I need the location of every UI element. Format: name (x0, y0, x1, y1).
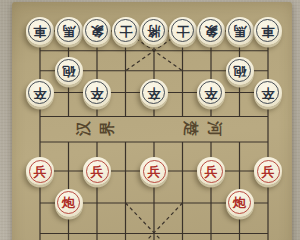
piece-glyph: 砲 (62, 65, 75, 78)
red-piece-face: 兵 (197, 157, 225, 185)
piece-glyph: 士 (119, 25, 132, 38)
board-intersections[interactable]: 車馬象士將士象馬車砲砲卒卒卒卒卒兵兵兵兵兵炮炮 (26, 21, 283, 240)
black-piece-face: 馬 (226, 17, 254, 45)
piece-glyph: 兵 (91, 164, 104, 177)
piece-glyph: 車 (34, 25, 47, 38)
black-piece-face: 將 (140, 17, 168, 45)
piece-glyph: 象 (205, 25, 218, 38)
red-piece-face: 兵 (83, 157, 111, 185)
piece-glyph: 砲 (233, 65, 246, 78)
piece-red-soldier-5[interactable]: 兵 (254, 157, 282, 185)
piece-glyph: 象 (91, 25, 104, 38)
piece-red-cannon-left[interactable]: 炮 (55, 189, 83, 217)
piece-glyph: 炮 (62, 196, 75, 209)
piece-black-soldier-5[interactable]: 卒 (254, 79, 282, 107)
piece-red-soldier-3[interactable]: 兵 (140, 157, 168, 185)
piece-black-soldier-4[interactable]: 卒 (197, 79, 225, 107)
black-piece-face: 士 (112, 17, 140, 45)
red-piece-face: 炮 (55, 189, 83, 217)
piece-black-elephant-right[interactable]: 象 (197, 17, 225, 45)
piece-glyph: 兵 (34, 164, 47, 177)
piece-black-elephant-left[interactable]: 象 (83, 17, 111, 45)
red-piece-face: 兵 (26, 157, 54, 185)
piece-black-soldier-1[interactable]: 卒 (26, 79, 54, 107)
piece-black-advisor-left[interactable]: 士 (112, 17, 140, 45)
piece-glyph: 卒 (91, 87, 104, 100)
piece-glyph: 兵 (205, 164, 218, 177)
red-piece-face: 兵 (140, 157, 168, 185)
piece-black-chariot-right[interactable]: 車 (254, 17, 282, 45)
black-piece-face: 卒 (254, 79, 282, 107)
black-piece-face: 象 (197, 17, 225, 45)
piece-black-advisor-right[interactable]: 士 (169, 17, 197, 45)
xiangqi-photo: 汉界 楚河 車馬象士將士象馬車砲砲卒卒卒卒卒兵兵兵兵兵炮炮 (0, 0, 300, 240)
piece-glyph: 卒 (262, 87, 275, 100)
piece-black-cannon-right[interactable]: 砲 (226, 57, 254, 85)
piece-black-general[interactable]: 將 (140, 17, 168, 45)
black-piece-face: 卒 (83, 79, 111, 107)
black-piece-face: 砲 (226, 57, 254, 85)
black-piece-face: 象 (83, 17, 111, 45)
black-piece-face: 卒 (26, 79, 54, 107)
black-piece-face: 車 (26, 17, 54, 45)
piece-black-chariot-left[interactable]: 車 (26, 17, 54, 45)
piece-black-horse-right[interactable]: 馬 (226, 17, 254, 45)
piece-black-horse-left[interactable]: 馬 (55, 17, 83, 45)
piece-glyph: 兵 (148, 164, 161, 177)
piece-glyph: 馬 (62, 25, 75, 38)
piece-black-soldier-3[interactable]: 卒 (140, 79, 168, 107)
black-piece-face: 士 (169, 17, 197, 45)
piece-glyph: 卒 (148, 87, 161, 100)
piece-glyph: 卒 (205, 87, 218, 100)
black-piece-face: 車 (254, 17, 282, 45)
piece-black-soldier-2[interactable]: 卒 (83, 79, 111, 107)
piece-glyph: 炮 (233, 196, 246, 209)
black-piece-face: 馬 (55, 17, 83, 45)
piece-glyph: 馬 (233, 25, 246, 38)
piece-black-cannon-left[interactable]: 砲 (55, 57, 83, 85)
piece-red-soldier-1[interactable]: 兵 (26, 157, 54, 185)
piece-glyph: 士 (176, 25, 189, 38)
black-piece-face: 砲 (55, 57, 83, 85)
piece-red-soldier-2[interactable]: 兵 (83, 157, 111, 185)
black-piece-face: 卒 (140, 79, 168, 107)
red-piece-face: 炮 (226, 189, 254, 217)
piece-red-soldier-4[interactable]: 兵 (197, 157, 225, 185)
piece-glyph: 車 (262, 25, 275, 38)
piece-glyph: 卒 (34, 87, 47, 100)
piece-glyph: 將 (148, 25, 161, 38)
piece-glyph: 兵 (262, 164, 275, 177)
piece-red-cannon-right[interactable]: 炮 (226, 189, 254, 217)
red-piece-face: 兵 (254, 157, 282, 185)
black-piece-face: 卒 (197, 79, 225, 107)
